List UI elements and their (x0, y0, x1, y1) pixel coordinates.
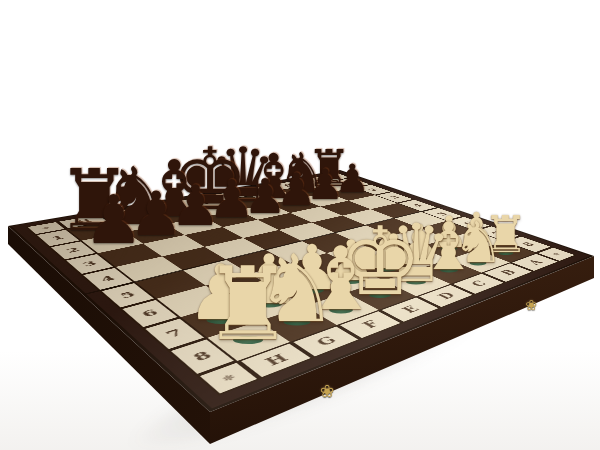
black-pawn: ♟ (83, 187, 143, 254)
white-rook: ♜ (202, 254, 293, 355)
chess-set-photo: ✼HGFEDCBA✼1122334455667788✼HGFEDCBA✼ ♜♞♟… (0, 0, 600, 450)
pieces-layer: ♜♞♟♝♟♛♟♚♟♝♟♞♟♜♟♟♟♟♜♟♞♟♝♟♛♟♚♟♝♟♞♜ (0, 0, 600, 450)
brass-clasp: ❀ (525, 298, 537, 312)
brass-clasp: ❀ (320, 383, 334, 400)
